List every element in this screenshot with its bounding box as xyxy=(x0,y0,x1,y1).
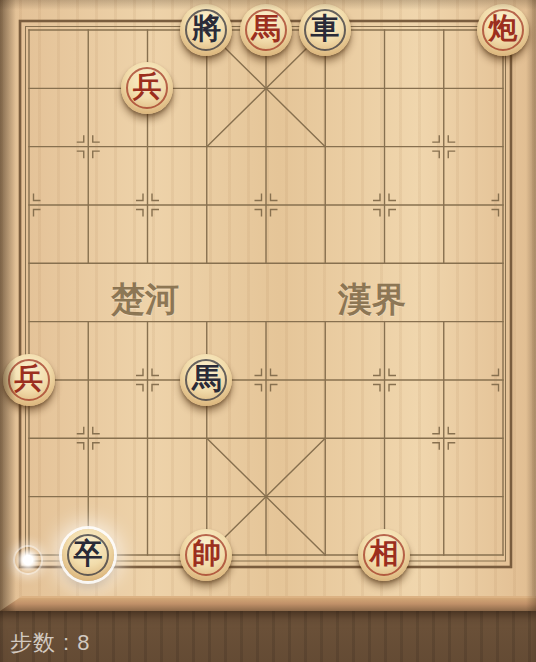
piece-glyph: 帥 xyxy=(192,539,221,568)
piece-glyph: 炮 xyxy=(488,14,517,43)
piece-red-horse[interactable]: 馬 xyxy=(240,4,292,56)
piece-red-soldier[interactable]: 兵 xyxy=(121,62,173,114)
board[interactable]: 將馬車炮兵兵馬卒帥相 xyxy=(0,1,532,584)
move-counter-separator: : xyxy=(56,630,77,655)
status-bar: 步数 : 8 xyxy=(0,611,536,662)
move-counter-label: 步数 xyxy=(10,630,56,655)
piece-glyph: 車 xyxy=(310,14,339,43)
piece-black-general[interactable]: 將 xyxy=(180,4,232,56)
piece-red-general[interactable]: 帥 xyxy=(180,529,232,581)
piece-glyph: 馬 xyxy=(192,364,221,393)
piece-glyph: 相 xyxy=(370,539,399,568)
xiangqi-app: 楚河 漢界 將馬車炮兵兵馬卒帥相 步数 : 8 xyxy=(0,0,536,662)
piece-glyph: 兵 xyxy=(133,72,162,101)
move-counter-value: 8 xyxy=(77,630,90,655)
piece-red-soldier[interactable]: 兵 xyxy=(3,354,55,406)
piece-red-elephant[interactable]: 相 xyxy=(358,529,410,581)
piece-glyph: 馬 xyxy=(251,14,280,43)
piece-black-chariot[interactable]: 車 xyxy=(299,4,351,56)
piece-black-soldier[interactable]: 卒 xyxy=(62,529,114,581)
piece-glyph: 將 xyxy=(192,14,221,43)
move-counter: 步数 : 8 xyxy=(10,628,91,658)
piece-glyph: 兵 xyxy=(14,364,43,393)
piece-red-cannon[interactable]: 炮 xyxy=(477,4,529,56)
board-front-edge xyxy=(0,596,536,611)
piece-glyph: 卒 xyxy=(73,539,102,568)
piece-black-horse[interactable]: 馬 xyxy=(180,354,232,406)
